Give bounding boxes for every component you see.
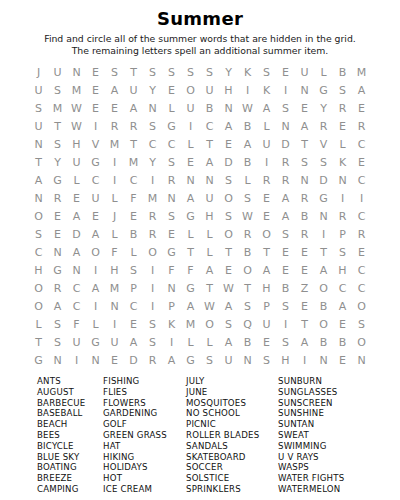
grid-cell[interactable]: S bbox=[257, 351, 276, 369]
grid-cell[interactable]: B bbox=[333, 63, 352, 81]
grid-cell[interactable]: E bbox=[333, 315, 352, 333]
grid-cell[interactable]: R bbox=[333, 99, 352, 117]
grid-cell[interactable]: Z bbox=[295, 279, 314, 297]
grid-cell[interactable]: W bbox=[219, 279, 238, 297]
grid-cell[interactable]: E bbox=[124, 315, 143, 333]
grid-cell[interactable]: E bbox=[86, 99, 105, 117]
grid-cell[interactable]: S bbox=[219, 315, 238, 333]
grid-cell[interactable]: S bbox=[105, 63, 124, 81]
grid-cell[interactable]: W bbox=[238, 207, 257, 225]
grid-cell[interactable]: O bbox=[352, 297, 371, 315]
grid-cell[interactable]: N bbox=[67, 261, 86, 279]
grid-cell[interactable]: W bbox=[67, 117, 86, 135]
grid-cell[interactable]: J bbox=[105, 207, 124, 225]
grid-cell[interactable]: S bbox=[333, 81, 352, 99]
grid-cell[interactable]: C bbox=[352, 207, 371, 225]
grid-cell[interactable]: E bbox=[48, 225, 67, 243]
grid-cell[interactable]: C bbox=[29, 243, 48, 261]
grid-cell[interactable]: A bbox=[276, 189, 295, 207]
grid-cell[interactable]: G bbox=[48, 171, 67, 189]
grid-cell[interactable]: C bbox=[67, 297, 86, 315]
grid-cell[interactable]: H bbox=[67, 135, 86, 153]
grid-cell[interactable]: O bbox=[238, 261, 257, 279]
grid-cell[interactable]: E bbox=[276, 243, 295, 261]
grid-cell[interactable]: O bbox=[29, 297, 48, 315]
grid-cell[interactable]: Y bbox=[143, 81, 162, 99]
grid-cell[interactable]: I bbox=[86, 261, 105, 279]
grid-cell[interactable]: T bbox=[181, 243, 200, 261]
grid-cell[interactable]: S bbox=[276, 99, 295, 117]
grid-cell[interactable]: O bbox=[181, 81, 200, 99]
grid-cell[interactable]: N bbox=[238, 351, 257, 369]
grid-cell[interactable]: A bbox=[181, 297, 200, 315]
grid-cell[interactable]: L bbox=[200, 243, 219, 261]
grid-cell[interactable]: T bbox=[314, 243, 333, 261]
grid-cell[interactable]: E bbox=[181, 153, 200, 171]
grid-cell[interactable]: E bbox=[86, 63, 105, 81]
grid-cell[interactable]: O bbox=[314, 315, 333, 333]
grid-cell[interactable]: C bbox=[333, 279, 352, 297]
grid-cell[interactable]: A bbox=[124, 333, 143, 351]
grid-cell[interactable]: L bbox=[257, 117, 276, 135]
grid-cell[interactable]: U bbox=[29, 117, 48, 135]
grid-cell[interactable]: L bbox=[105, 189, 124, 207]
grid-cell[interactable]: Q bbox=[238, 315, 257, 333]
grid-cell[interactable]: S bbox=[48, 135, 67, 153]
grid-cell[interactable]: O bbox=[314, 279, 333, 297]
grid-cell[interactable]: O bbox=[352, 333, 371, 351]
grid-cell[interactable]: L bbox=[200, 225, 219, 243]
grid-cell[interactable]: N bbox=[143, 99, 162, 117]
grid-cell[interactable]: I bbox=[143, 279, 162, 297]
grid-cell[interactable]: U bbox=[219, 351, 238, 369]
grid-cell[interactable]: E bbox=[124, 207, 143, 225]
grid-cell[interactable]: R bbox=[238, 225, 257, 243]
grid-cell[interactable]: E bbox=[105, 99, 124, 117]
grid-cell[interactable]: S bbox=[29, 225, 48, 243]
grid-cell[interactable]: D bbox=[276, 135, 295, 153]
grid-cell[interactable]: I bbox=[333, 189, 352, 207]
grid-cell[interactable]: R bbox=[143, 225, 162, 243]
grid-cell[interactable]: B bbox=[238, 117, 257, 135]
grid-cell[interactable]: K bbox=[257, 81, 276, 99]
grid-cell[interactable]: R bbox=[162, 171, 181, 189]
grid-cell[interactable]: S bbox=[48, 81, 67, 99]
grid-cell[interactable]: I bbox=[143, 261, 162, 279]
grid-cell[interactable]: A bbox=[124, 99, 143, 117]
grid-cell[interactable]: P bbox=[333, 225, 352, 243]
grid-cell[interactable]: A bbox=[48, 297, 67, 315]
grid-cell[interactable]: H bbox=[29, 261, 48, 279]
grid-cell[interactable]: T bbox=[295, 135, 314, 153]
grid-cell[interactable]: U bbox=[29, 81, 48, 99]
grid-cell[interactable]: S bbox=[200, 63, 219, 81]
grid-cell[interactable]: I bbox=[105, 153, 124, 171]
grid-cell[interactable]: Y bbox=[314, 99, 333, 117]
grid-cell[interactable]: B bbox=[295, 207, 314, 225]
grid-cell[interactable]: L bbox=[67, 171, 86, 189]
grid-cell[interactable]: I bbox=[276, 81, 295, 99]
grid-cell[interactable]: S bbox=[143, 63, 162, 81]
grid-cell[interactable]: D bbox=[67, 225, 86, 243]
grid-cell[interactable]: E bbox=[352, 243, 371, 261]
grid-cell[interactable]: L bbox=[162, 99, 181, 117]
grid-cell[interactable]: C bbox=[200, 117, 219, 135]
grid-cell[interactable]: G bbox=[181, 351, 200, 369]
grid-cell[interactable]: T bbox=[124, 135, 143, 153]
grid-cell[interactable]: C bbox=[124, 171, 143, 189]
grid-cell[interactable]: N bbox=[200, 171, 219, 189]
grid-cell[interactable]: C bbox=[352, 279, 371, 297]
grid-cell[interactable]: L bbox=[181, 333, 200, 351]
grid-cell[interactable]: S bbox=[333, 243, 352, 261]
grid-cell[interactable]: S bbox=[276, 225, 295, 243]
grid-cell[interactable]: E bbox=[257, 207, 276, 225]
grid-cell[interactable]: L bbox=[333, 135, 352, 153]
grid-cell[interactable]: E bbox=[162, 225, 181, 243]
grid-cell[interactable]: A bbox=[333, 297, 352, 315]
grid-cell[interactable]: E bbox=[276, 63, 295, 81]
grid-cell[interactable]: U bbox=[67, 153, 86, 171]
grid-cell[interactable]: O bbox=[257, 225, 276, 243]
grid-cell[interactable]: A bbox=[86, 225, 105, 243]
grid-cell[interactable]: N bbox=[295, 81, 314, 99]
grid-cell[interactable]: N bbox=[352, 351, 371, 369]
grid-cell[interactable]: N bbox=[29, 135, 48, 153]
grid-cell[interactable]: E bbox=[295, 261, 314, 279]
grid-cell[interactable]: S bbox=[276, 333, 295, 351]
grid-cell[interactable]: G bbox=[162, 117, 181, 135]
grid-cell[interactable]: S bbox=[295, 153, 314, 171]
grid-cell[interactable]: A bbox=[295, 117, 314, 135]
grid-cell[interactable]: H bbox=[333, 261, 352, 279]
grid-cell[interactable]: S bbox=[238, 297, 257, 315]
grid-cell[interactable]: T bbox=[29, 153, 48, 171]
grid-cell[interactable]: A bbox=[67, 243, 86, 261]
grid-cell[interactable]: R bbox=[276, 153, 295, 171]
grid-cell[interactable]: N bbox=[219, 99, 238, 117]
grid-cell[interactable]: U bbox=[105, 333, 124, 351]
grid-cell[interactable]: A bbox=[257, 99, 276, 117]
grid-cell[interactable]: T bbox=[29, 333, 48, 351]
grid-cell[interactable]: T bbox=[295, 315, 314, 333]
grid-cell[interactable]: G bbox=[181, 279, 200, 297]
grid-cell[interactable]: G bbox=[29, 351, 48, 369]
grid-cell[interactable]: D bbox=[124, 351, 143, 369]
grid-cell[interactable]: L bbox=[181, 225, 200, 243]
grid-cell[interactable]: U bbox=[295, 63, 314, 81]
grid-cell[interactable]: Y bbox=[48, 153, 67, 171]
grid-cell[interactable]: F bbox=[105, 243, 124, 261]
grid-cell[interactable]: S bbox=[238, 189, 257, 207]
grid-cell[interactable]: I bbox=[181, 117, 200, 135]
grid-cell[interactable]: G bbox=[314, 189, 333, 207]
grid-cell[interactable]: A bbox=[352, 81, 371, 99]
grid-cell[interactable]: E bbox=[105, 351, 124, 369]
grid-cell[interactable]: E bbox=[219, 261, 238, 279]
grid-cell[interactable]: U bbox=[67, 333, 86, 351]
grid-cell[interactable]: I bbox=[257, 153, 276, 171]
grid-cell[interactable]: C bbox=[143, 135, 162, 153]
grid-cell[interactable]: C bbox=[162, 135, 181, 153]
grid-cell[interactable]: I bbox=[314, 225, 333, 243]
grid-cell[interactable]: O bbox=[219, 189, 238, 207]
grid-cell[interactable]: U bbox=[86, 189, 105, 207]
grid-cell[interactable]: N bbox=[314, 351, 333, 369]
grid-cell[interactable]: A bbox=[181, 189, 200, 207]
grid-cell[interactable]: A bbox=[219, 297, 238, 315]
grid-cell[interactable]: K bbox=[162, 315, 181, 333]
grid-cell[interactable]: N bbox=[86, 351, 105, 369]
grid-cell[interactable]: Y bbox=[143, 153, 162, 171]
grid-cell[interactable]: E bbox=[333, 117, 352, 135]
grid-cell[interactable]: A bbox=[67, 207, 86, 225]
grid-cell[interactable]: W bbox=[67, 99, 86, 117]
grid-cell[interactable]: I bbox=[86, 297, 105, 315]
grid-cell[interactable]: S bbox=[219, 171, 238, 189]
grid-cell[interactable]: M bbox=[124, 153, 143, 171]
grid-cell[interactable]: A bbox=[29, 171, 48, 189]
grid-cell[interactable]: I bbox=[86, 117, 105, 135]
grid-cell[interactable]: B bbox=[314, 333, 333, 351]
grid-cell[interactable]: B bbox=[333, 333, 352, 351]
grid-cell[interactable]: G bbox=[86, 333, 105, 351]
grid-cell[interactable]: T bbox=[48, 117, 67, 135]
grid-cell[interactable]: S bbox=[143, 117, 162, 135]
grid-cell[interactable]: H bbox=[219, 81, 238, 99]
grid-cell[interactable]: A bbox=[276, 207, 295, 225]
grid-cell[interactable]: U bbox=[257, 135, 276, 153]
grid-cell[interactable]: D bbox=[314, 171, 333, 189]
grid-cell[interactable]: E bbox=[295, 99, 314, 117]
grid-cell[interactable]: I bbox=[276, 315, 295, 333]
grid-cell[interactable]: R bbox=[124, 117, 143, 135]
grid-cell[interactable]: L bbox=[200, 333, 219, 351]
grid-cell[interactable]: W bbox=[238, 99, 257, 117]
grid-cell[interactable]: J bbox=[29, 63, 48, 81]
grid-cell[interactable]: A bbox=[219, 117, 238, 135]
grid-cell[interactable]: S bbox=[257, 63, 276, 81]
grid-cell[interactable]: N bbox=[48, 351, 67, 369]
grid-cell[interactable]: R bbox=[257, 171, 276, 189]
grid-cell[interactable]: U bbox=[200, 81, 219, 99]
grid-cell[interactable]: T bbox=[257, 243, 276, 261]
grid-cell[interactable]: B bbox=[238, 243, 257, 261]
grid-cell[interactable]: K bbox=[333, 153, 352, 171]
grid-cell[interactable]: L bbox=[238, 171, 257, 189]
grid-cell[interactable]: A bbox=[257, 261, 276, 279]
grid-cell[interactable]: E bbox=[295, 243, 314, 261]
grid-cell[interactable]: S bbox=[48, 333, 67, 351]
grid-cell[interactable]: L bbox=[105, 225, 124, 243]
grid-cell[interactable]: R bbox=[143, 207, 162, 225]
grid-cell[interactable]: I bbox=[162, 333, 181, 351]
grid-cell[interactable]: N bbox=[162, 279, 181, 297]
grid-cell[interactable]: E bbox=[352, 99, 371, 117]
grid-cell[interactable]: M bbox=[67, 81, 86, 99]
grid-cell[interactable]: E bbox=[352, 153, 371, 171]
grid-cell[interactable]: N bbox=[105, 297, 124, 315]
grid-cell[interactable]: C bbox=[352, 171, 371, 189]
grid-cell[interactable]: M bbox=[105, 135, 124, 153]
grid-cell[interactable]: B bbox=[238, 153, 257, 171]
grid-cell[interactable]: F bbox=[181, 261, 200, 279]
grid-cell[interactable]: A bbox=[105, 81, 124, 99]
grid-cell[interactable]: U bbox=[124, 81, 143, 99]
grid-cell[interactable]: N bbox=[333, 171, 352, 189]
grid-cell[interactable]: E bbox=[295, 297, 314, 315]
grid-cell[interactable]: S bbox=[29, 99, 48, 117]
grid-cell[interactable]: O bbox=[29, 279, 48, 297]
grid-cell[interactable]: R bbox=[333, 207, 352, 225]
grid-cell[interactable]: C bbox=[352, 261, 371, 279]
grid-cell[interactable]: L bbox=[29, 315, 48, 333]
grid-cell[interactable]: L bbox=[86, 315, 105, 333]
grid-cell[interactable]: R bbox=[276, 171, 295, 189]
grid-cell[interactable]: M bbox=[48, 99, 67, 117]
grid-cell[interactable]: N bbox=[314, 207, 333, 225]
grid-cell[interactable]: E bbox=[257, 333, 276, 351]
grid-cell[interactable]: A bbox=[295, 333, 314, 351]
grid-cell[interactable]: W bbox=[200, 297, 219, 315]
grid-cell[interactable]: E bbox=[257, 189, 276, 207]
grid-cell[interactable]: S bbox=[181, 63, 200, 81]
grid-cell[interactable]: U bbox=[48, 63, 67, 81]
grid-cell[interactable]: S bbox=[143, 315, 162, 333]
grid-cell[interactable]: C bbox=[124, 297, 143, 315]
grid-cell[interactable]: R bbox=[314, 117, 333, 135]
grid-cell[interactable]: G bbox=[314, 81, 333, 99]
grid-cell[interactable]: S bbox=[124, 261, 143, 279]
grid-cell[interactable]: E bbox=[67, 189, 86, 207]
grid-cell[interactable]: K bbox=[238, 63, 257, 81]
grid-cell[interactable]: U bbox=[200, 189, 219, 207]
grid-cell[interactable]: A bbox=[238, 135, 257, 153]
grid-cell[interactable]: R bbox=[352, 117, 371, 135]
grid-cell[interactable]: N bbox=[29, 189, 48, 207]
grid-cell[interactable]: E bbox=[333, 351, 352, 369]
grid-cell[interactable]: Y bbox=[219, 63, 238, 81]
grid-cell[interactable]: E bbox=[86, 207, 105, 225]
grid-cell[interactable]: O bbox=[86, 243, 105, 261]
grid-cell[interactable]: R bbox=[143, 351, 162, 369]
grid-cell[interactable]: R bbox=[48, 279, 67, 297]
grid-cell[interactable]: O bbox=[219, 225, 238, 243]
grid-cell[interactable]: P bbox=[257, 297, 276, 315]
grid-cell[interactable]: I bbox=[352, 189, 371, 207]
grid-cell[interactable]: S bbox=[314, 153, 333, 171]
grid-cell[interactable]: R bbox=[295, 225, 314, 243]
grid-cell[interactable]: A bbox=[314, 261, 333, 279]
grid-cell[interactable]: A bbox=[219, 333, 238, 351]
grid-cell[interactable]: H bbox=[105, 261, 124, 279]
grid-cell[interactable]: N bbox=[162, 189, 181, 207]
grid-cell[interactable]: M bbox=[143, 189, 162, 207]
grid-cell[interactable]: A bbox=[162, 351, 181, 369]
grid-cell[interactable]: I bbox=[105, 315, 124, 333]
grid-cell[interactable]: O bbox=[29, 207, 48, 225]
grid-cell[interactable]: L bbox=[181, 135, 200, 153]
grid-cell[interactable]: E bbox=[48, 207, 67, 225]
grid-cell[interactable]: F bbox=[162, 261, 181, 279]
grid-cell[interactable]: G bbox=[162, 243, 181, 261]
grid-cell[interactable]: B bbox=[238, 333, 257, 351]
grid-cell[interactable]: A bbox=[200, 153, 219, 171]
grid-cell[interactable]: V bbox=[86, 135, 105, 153]
grid-cell[interactable]: G bbox=[48, 261, 67, 279]
grid-cell[interactable]: F bbox=[67, 315, 86, 333]
grid-cell[interactable]: I bbox=[143, 297, 162, 315]
grid-cell[interactable]: S bbox=[162, 63, 181, 81]
grid-cell[interactable]: P bbox=[162, 297, 181, 315]
grid-cell[interactable]: E bbox=[162, 81, 181, 99]
grid-cell[interactable]: R bbox=[48, 189, 67, 207]
grid-cell[interactable]: P bbox=[124, 279, 143, 297]
grid-cell[interactable]: M bbox=[352, 63, 371, 81]
grid-cell[interactable]: I bbox=[105, 171, 124, 189]
grid-cell[interactable]: S bbox=[219, 207, 238, 225]
grid-cell[interactable]: I bbox=[67, 351, 86, 369]
grid-cell[interactable]: S bbox=[352, 315, 371, 333]
grid-cell[interactable]: I bbox=[143, 171, 162, 189]
grid-cell[interactable]: T bbox=[238, 279, 257, 297]
grid-cell[interactable]: T bbox=[219, 243, 238, 261]
grid-cell[interactable]: O bbox=[143, 243, 162, 261]
grid-cell[interactable]: V bbox=[314, 135, 333, 153]
grid-cell[interactable]: H bbox=[200, 207, 219, 225]
grid-cell[interactable]: A bbox=[86, 279, 105, 297]
grid-cell[interactable]: H bbox=[257, 279, 276, 297]
grid-cell[interactable]: G bbox=[181, 207, 200, 225]
grid-cell[interactable]: S bbox=[48, 315, 67, 333]
grid-cell[interactable]: B bbox=[276, 279, 295, 297]
grid-cell[interactable]: M bbox=[105, 279, 124, 297]
grid-cell[interactable]: R bbox=[352, 225, 371, 243]
grid-cell[interactable]: E bbox=[86, 81, 105, 99]
grid-cell[interactable]: L bbox=[314, 63, 333, 81]
grid-cell[interactable]: C bbox=[86, 171, 105, 189]
grid-cell[interactable]: B bbox=[124, 225, 143, 243]
grid-cell[interactable]: C bbox=[67, 279, 86, 297]
grid-cell[interactable]: O bbox=[200, 315, 219, 333]
grid-cell[interactable]: N bbox=[67, 63, 86, 81]
grid-cell[interactable]: I bbox=[295, 351, 314, 369]
grid-cell[interactable]: R bbox=[295, 189, 314, 207]
grid-cell[interactable]: U bbox=[181, 99, 200, 117]
grid-cell[interactable]: B bbox=[314, 297, 333, 315]
grid-cell[interactable]: E bbox=[219, 135, 238, 153]
grid-cell[interactable]: C bbox=[352, 135, 371, 153]
grid-cell[interactable]: U bbox=[257, 315, 276, 333]
grid-cell[interactable]: S bbox=[143, 333, 162, 351]
grid-cell[interactable]: M bbox=[181, 315, 200, 333]
grid-cell[interactable]: N bbox=[181, 171, 200, 189]
grid-cell[interactable]: T bbox=[124, 63, 143, 81]
grid-cell[interactable]: S bbox=[162, 153, 181, 171]
grid-cell[interactable]: S bbox=[162, 207, 181, 225]
grid-cell[interactable]: N bbox=[48, 243, 67, 261]
grid-cell[interactable]: B bbox=[200, 99, 219, 117]
grid-cell[interactable]: R bbox=[105, 117, 124, 135]
grid-cell[interactable]: N bbox=[295, 171, 314, 189]
grid-cell[interactable]: F bbox=[124, 189, 143, 207]
grid-cell[interactable]: H bbox=[276, 351, 295, 369]
grid-cell[interactable]: G bbox=[86, 153, 105, 171]
grid-cell[interactable]: T bbox=[200, 279, 219, 297]
grid-cell[interactable]: A bbox=[200, 261, 219, 279]
grid-cell[interactable]: D bbox=[219, 153, 238, 171]
grid-cell[interactable]: T bbox=[200, 135, 219, 153]
